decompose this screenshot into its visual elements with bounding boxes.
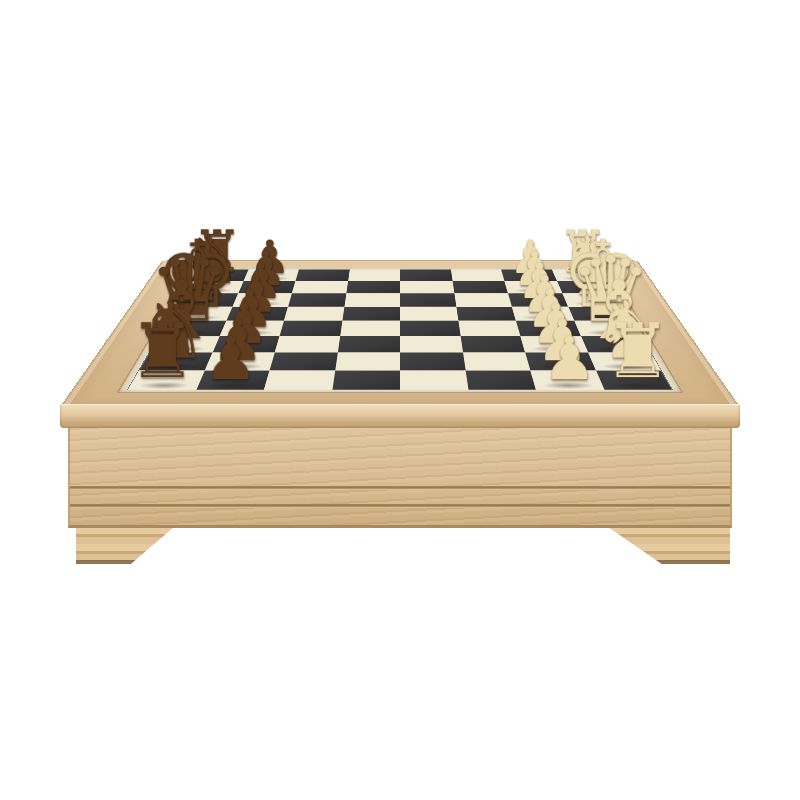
- square-a2: ♟: [530, 370, 604, 389]
- square-f4: [400, 293, 456, 306]
- black-rook-piece: ♜: [129, 314, 196, 389]
- box-rim-front: [60, 404, 740, 428]
- square-f6: [288, 293, 346, 306]
- board-3d-stage: ♜♟♟♜♞♟♟♞♝♟♟♝♚♟♟♚♛♟♟♛♝♟♟♝♞♟♟♞♜♟♟♜: [0, 0, 800, 800]
- board-sheet: ♜♟♟♜♞♟♟♞♝♟♟♝♚♟♟♚♛♟♟♛♝♟♟♝♞♟♟♞♜♟♟♜: [117, 268, 684, 393]
- box-top: ♜♟♟♜♞♟♟♞♝♟♟♝♚♟♟♚♛♟♟♛♝♟♟♝♞♟♟♞♜♟♟♜: [60, 260, 740, 407]
- square-d3: [458, 321, 520, 336]
- box-groove: [70, 504, 730, 508]
- square-a8: ♜: [128, 370, 204, 389]
- square-a4: [400, 370, 468, 389]
- square-g5: [346, 281, 400, 293]
- chessboard: ♜♟♟♜♞♟♟♞♝♟♟♝♚♟♟♚♛♟♟♛♝♟♟♝♞♟♟♞♜♟♟♜: [128, 269, 672, 389]
- square-b5: [335, 353, 400, 371]
- square-c4: [400, 336, 463, 352]
- box-front-face: [68, 428, 732, 528]
- product-photo: ♜♟♟♜♞♟♟♞♝♟♟♝♚♟♟♚♛♟♟♛♝♟♟♝♞♟♟♞♜♟♟♜: [0, 0, 800, 800]
- square-g3: [452, 281, 508, 293]
- square-e6: [284, 307, 344, 321]
- square-g6: [292, 281, 348, 293]
- square-e5: [342, 307, 400, 321]
- square-a5: [332, 370, 400, 389]
- square-c5: [337, 336, 400, 352]
- square-e3: [456, 307, 516, 321]
- square-d5: [340, 321, 400, 336]
- square-b6: [270, 353, 338, 371]
- square-f5: [344, 293, 400, 306]
- square-h3: [451, 269, 505, 281]
- square-a6: [264, 370, 335, 389]
- square-c6: [275, 336, 340, 352]
- square-b3: [463, 353, 531, 371]
- board-frame: ♜♟♟♜♞♟♟♞♝♟♟♝♚♟♟♚♛♟♟♛♝♟♟♝♞♟♟♞♜♟♟♜: [60, 260, 740, 407]
- white-pawn-piece: ♟: [543, 329, 596, 389]
- square-h6: [296, 269, 350, 281]
- square-a3: [465, 370, 536, 389]
- black-pawn-piece: ♟: [204, 329, 257, 389]
- square-e4: [400, 307, 458, 321]
- white-rook-piece: ♜: [604, 314, 671, 389]
- square-a1: ♜: [596, 370, 672, 389]
- square-g4: [400, 281, 454, 293]
- square-f3: [454, 293, 512, 306]
- square-h4: [400, 269, 452, 281]
- square-a7: ♟: [196, 370, 270, 389]
- box-groove: [70, 486, 730, 490]
- square-b4: [400, 353, 465, 371]
- square-d4: [400, 321, 460, 336]
- square-c3: [460, 336, 525, 352]
- square-d6: [280, 321, 342, 336]
- square-h5: [348, 269, 400, 281]
